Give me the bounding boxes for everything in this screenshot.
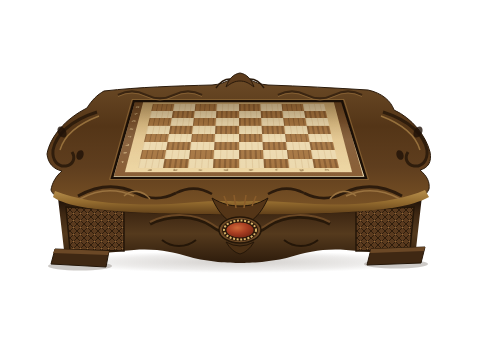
- lattice-panel-right: [356, 207, 414, 251]
- lattice-panel-left: [66, 207, 124, 251]
- board-shade: [112, 101, 366, 178]
- medallion-stone: [227, 223, 254, 238]
- carved-chest-overlay: [0, 0, 480, 350]
- chess-box-photo: 87654321abcdefgh: [0, 0, 480, 350]
